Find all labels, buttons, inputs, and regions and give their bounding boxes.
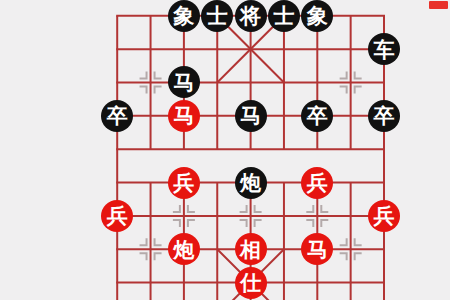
piece-red-soldier[interactable]: 兵: [301, 167, 333, 199]
piece-red-cannon[interactable]: 炮: [168, 233, 200, 265]
piece-black-elephant[interactable]: 象: [168, 0, 200, 32]
piece-black-advisor[interactable]: 士: [268, 0, 300, 32]
piece-black-horse[interactable]: 马: [168, 66, 200, 98]
piece-red-elephant[interactable]: 相: [235, 233, 267, 265]
piece-black-horse[interactable]: 马: [235, 100, 267, 132]
piece-black-advisor[interactable]: 士: [201, 0, 233, 32]
piece-black-chariot[interactable]: 车: [368, 33, 400, 65]
piece-red-horse[interactable]: 马: [168, 100, 200, 132]
piece-black-general[interactable]: 将: [235, 0, 267, 32]
xiangqi-board-screen: 象士将士象车马卒马马卒卒兵炮兵兵兵炮相马仕: [0, 0, 450, 300]
piece-black-soldier[interactable]: 卒: [101, 100, 133, 132]
piece-black-soldier[interactable]: 卒: [368, 100, 400, 132]
top-right-red-marker: [429, 1, 448, 9]
piece-red-soldier[interactable]: 兵: [101, 200, 133, 232]
piece-black-cannon[interactable]: 炮: [235, 167, 267, 199]
piece-red-advisor[interactable]: 仕: [235, 267, 267, 299]
piece-black-soldier[interactable]: 卒: [301, 100, 333, 132]
piece-red-soldier[interactable]: 兵: [368, 200, 400, 232]
piece-red-soldier[interactable]: 兵: [168, 167, 200, 199]
piece-black-elephant[interactable]: 象: [301, 0, 333, 32]
xiangqi-board: 象士将士象车马卒马马卒卒兵炮兵兵兵炮相马仕: [101, 0, 401, 300]
piece-red-horse[interactable]: 马: [301, 233, 333, 265]
